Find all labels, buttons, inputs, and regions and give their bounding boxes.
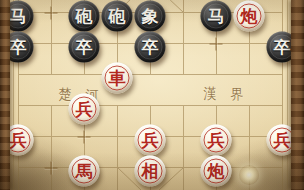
move-highlight-dot[interactable] xyxy=(239,165,259,185)
piece-black-cannon[interactable]: 砲 xyxy=(69,1,100,32)
piece-character: 卒 xyxy=(274,39,291,56)
piece-red-elephant[interactable]: 相 xyxy=(135,156,166,187)
piece-character: 卒 xyxy=(10,39,27,56)
piece-character: 马 xyxy=(208,8,225,25)
xiangqi-board[interactable]: 楚 河 漢 界 马砲砲象马炮卒卒卒卒車兵兵兵兵兵馬相炮 xyxy=(0,0,304,190)
piece-character: 兵 xyxy=(274,132,291,149)
piece-character: 卒 xyxy=(76,39,93,56)
piece-character: 兵 xyxy=(10,132,27,149)
piece-character: 象 xyxy=(142,8,159,25)
point-marker xyxy=(45,162,58,175)
point-marker xyxy=(78,131,91,144)
piece-red-soldier[interactable]: 兵 xyxy=(201,125,232,156)
piece-black-cannon[interactable]: 砲 xyxy=(102,1,133,32)
piece-red-soldier[interactable]: 兵 xyxy=(135,125,166,156)
right-wood-frame xyxy=(291,0,304,190)
piece-black-soldier[interactable]: 卒 xyxy=(69,32,100,63)
piece-character: 兵 xyxy=(142,132,159,149)
piece-red-cannon[interactable]: 炮 xyxy=(234,1,265,32)
piece-character: 兵 xyxy=(208,132,225,149)
piece-character: 砲 xyxy=(109,8,126,25)
piece-red-soldier[interactable]: 兵 xyxy=(69,94,100,125)
piece-black-elephant[interactable]: 象 xyxy=(135,1,166,32)
piece-character: 炮 xyxy=(208,163,225,180)
left-wood-frame xyxy=(0,0,10,190)
river-label-jie: 界 xyxy=(231,85,244,104)
piece-character: 馬 xyxy=(76,163,93,180)
piece-character: 砲 xyxy=(76,8,93,25)
piece-character: 相 xyxy=(142,163,159,180)
piece-red-chariot[interactable]: 車 xyxy=(102,63,133,94)
point-marker xyxy=(210,38,223,51)
piece-red-cannon[interactable]: 炮 xyxy=(201,156,232,187)
piece-character: 車 xyxy=(109,70,126,87)
river-label-han: 漢 xyxy=(204,84,217,103)
piece-character: 兵 xyxy=(76,101,93,118)
piece-red-horse[interactable]: 馬 xyxy=(69,156,100,187)
point-marker xyxy=(45,7,58,20)
piece-character: 马 xyxy=(10,8,27,25)
piece-character: 炮 xyxy=(241,8,258,25)
piece-black-horse[interactable]: 马 xyxy=(201,1,232,32)
piece-character: 卒 xyxy=(142,39,159,56)
piece-black-soldier[interactable]: 卒 xyxy=(135,32,166,63)
